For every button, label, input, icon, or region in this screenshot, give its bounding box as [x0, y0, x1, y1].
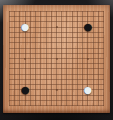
grid-line-horizontal: [9, 16, 104, 17]
grid-line-horizontal: [9, 68, 104, 69]
star-point: [56, 89, 58, 91]
star-point: [24, 58, 26, 60]
grid-line-horizontal: [9, 42, 104, 43]
stone-black: ●: [21, 85, 29, 95]
grid-line-horizontal: [9, 11, 104, 12]
grid-line-horizontal: [9, 79, 104, 80]
stone-white: ●: [21, 22, 29, 32]
star-point: [87, 58, 89, 60]
board-photo: ●●●●: [0, 0, 113, 120]
grid-line-horizontal: [9, 37, 104, 38]
grid-line-horizontal: [9, 105, 104, 106]
stone-black: ●: [84, 22, 92, 32]
star-point: [56, 26, 58, 28]
stone-white: ●: [84, 85, 92, 95]
grid-line-horizontal: [9, 100, 104, 101]
grid-line-horizontal: [9, 63, 104, 64]
go-board: ●●●●: [3, 5, 110, 113]
grid-line-horizontal: [9, 74, 104, 75]
go-grid[interactable]: ●●●●: [9, 11, 104, 106]
grid-line-horizontal: [9, 48, 104, 49]
star-point: [56, 58, 58, 60]
grid-line-horizontal: [9, 53, 104, 54]
